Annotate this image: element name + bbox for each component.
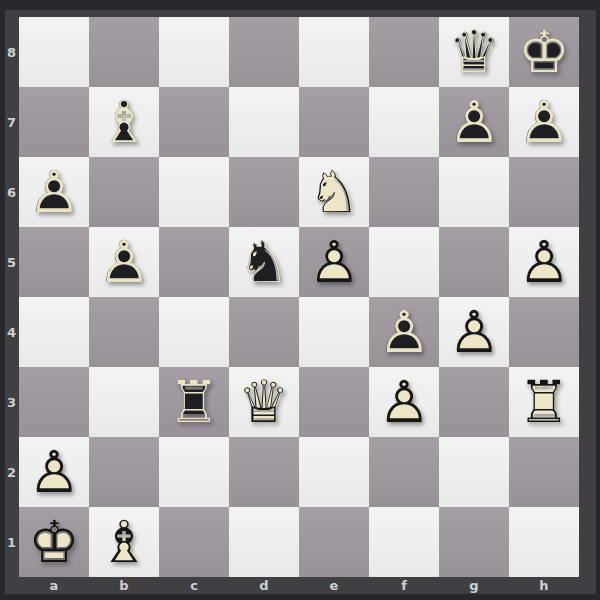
square-d7[interactable] — [229, 87, 299, 157]
piece-bP-a6[interactable]: ♟♙ — [19, 157, 89, 227]
piece-glyph-outline: ♗ — [89, 87, 159, 157]
square-e1[interactable] — [299, 507, 369, 577]
chess-app-window: 87654321 ♛♕♚♔♝♗♟♙♟♙♟♙♞♘♟♙♞♘♟♙♟♙♟♙♟♙♜♖♛♕♟… — [0, 0, 600, 600]
piece-bN-d5[interactable]: ♞♘ — [229, 227, 299, 297]
piece-glyph-outline: ♙ — [19, 437, 89, 507]
piece-glyph-outline: ♙ — [89, 227, 159, 297]
file-label-f: f — [369, 577, 439, 594]
piece-wK-a1[interactable]: ♚♔ — [19, 507, 89, 577]
piece-bK-h8[interactable]: ♚♔ — [509, 17, 579, 87]
file-label-a: a — [19, 577, 89, 594]
square-e7[interactable] — [299, 87, 369, 157]
rank-label-4: 4 — [4, 297, 19, 367]
rank-labels: 87654321 — [4, 17, 19, 577]
square-f2[interactable] — [369, 437, 439, 507]
piece-wQ-d3[interactable]: ♛♕ — [229, 367, 299, 437]
square-h4[interactable] — [509, 297, 579, 367]
piece-glyph-outline: ♕ — [229, 367, 299, 437]
rank-label-7: 7 — [4, 87, 19, 157]
square-c2[interactable] — [159, 437, 229, 507]
file-label-e: e — [299, 577, 369, 594]
square-g1[interactable] — [439, 507, 509, 577]
piece-glyph-outline: ♙ — [509, 227, 579, 297]
piece-glyph-outline: ♙ — [19, 157, 89, 227]
square-a3[interactable] — [19, 367, 89, 437]
rank-label-5: 5 — [4, 227, 19, 297]
piece-wR-h3[interactable]: ♜♖ — [509, 367, 579, 437]
file-label-c: c — [159, 577, 229, 594]
rank-label-3: 3 — [4, 367, 19, 437]
piece-glyph-outline: ♙ — [439, 297, 509, 367]
square-d2[interactable] — [229, 437, 299, 507]
file-labels: abcdefgh — [19, 577, 579, 594]
square-b8[interactable] — [89, 17, 159, 87]
file-label-d: d — [229, 577, 299, 594]
piece-wB-b1[interactable]: ♝♗ — [89, 507, 159, 577]
square-h2[interactable] — [509, 437, 579, 507]
square-e4[interactable] — [299, 297, 369, 367]
piece-wP-g4[interactable]: ♟♙ — [439, 297, 509, 367]
piece-glyph-outline: ♙ — [509, 87, 579, 157]
piece-glyph-outline: ♘ — [229, 227, 299, 297]
rank-label-2: 2 — [4, 437, 19, 507]
square-f8[interactable] — [369, 17, 439, 87]
rank-label-6: 6 — [4, 157, 19, 227]
square-b4[interactable] — [89, 297, 159, 367]
square-e2[interactable] — [299, 437, 369, 507]
square-c8[interactable] — [159, 17, 229, 87]
piece-glyph-outline: ♕ — [439, 17, 509, 87]
piece-bR-c3[interactable]: ♜♖ — [159, 367, 229, 437]
square-a4[interactable] — [19, 297, 89, 367]
piece-glyph-outline: ♗ — [89, 507, 159, 577]
square-g2[interactable] — [439, 437, 509, 507]
piece-bP-g7[interactable]: ♟♙ — [439, 87, 509, 157]
piece-bQ-g8[interactable]: ♛♕ — [439, 17, 509, 87]
square-b2[interactable] — [89, 437, 159, 507]
square-a7[interactable] — [19, 87, 89, 157]
piece-glyph-outline: ♘ — [299, 157, 369, 227]
piece-glyph-outline: ♔ — [19, 507, 89, 577]
square-a8[interactable] — [19, 17, 89, 87]
piece-wN-e6[interactable]: ♞♘ — [299, 157, 369, 227]
piece-bP-h7[interactable]: ♟♙ — [509, 87, 579, 157]
square-g6[interactable] — [439, 157, 509, 227]
piece-glyph-outline: ♙ — [439, 87, 509, 157]
rank-label-1: 1 — [4, 507, 19, 577]
square-c4[interactable] — [159, 297, 229, 367]
chess-board: ♛♕♚♔♝♗♟♙♟♙♟♙♞♘♟♙♞♘♟♙♟♙♟♙♟♙♜♖♛♕♟♙♜♖♟♙♚♔♝♗ — [19, 17, 579, 577]
piece-wP-a2[interactable]: ♟♙ — [19, 437, 89, 507]
square-d1[interactable] — [229, 507, 299, 577]
piece-bP-f4[interactable]: ♟♙ — [369, 297, 439, 367]
file-label-g: g — [439, 577, 509, 594]
square-g5[interactable] — [439, 227, 509, 297]
file-label-h: h — [509, 577, 579, 594]
square-f7[interactable] — [369, 87, 439, 157]
piece-wP-e5[interactable]: ♟♙ — [299, 227, 369, 297]
piece-bB-b7[interactable]: ♝♗ — [89, 87, 159, 157]
square-d4[interactable] — [229, 297, 299, 367]
piece-glyph-outline: ♖ — [509, 367, 579, 437]
square-f5[interactable] — [369, 227, 439, 297]
piece-bP-b5[interactable]: ♟♙ — [89, 227, 159, 297]
square-c5[interactable] — [159, 227, 229, 297]
square-e3[interactable] — [299, 367, 369, 437]
piece-wP-h5[interactable]: ♟♙ — [509, 227, 579, 297]
square-d6[interactable] — [229, 157, 299, 227]
file-label-b: b — [89, 577, 159, 594]
piece-glyph-outline: ♙ — [369, 297, 439, 367]
piece-glyph-outline: ♔ — [509, 17, 579, 87]
square-g3[interactable] — [439, 367, 509, 437]
square-c6[interactable] — [159, 157, 229, 227]
square-h1[interactable] — [509, 507, 579, 577]
square-b3[interactable] — [89, 367, 159, 437]
square-d8[interactable] — [229, 17, 299, 87]
piece-glyph-outline: ♙ — [369, 367, 439, 437]
piece-wP-f3[interactable]: ♟♙ — [369, 367, 439, 437]
piece-glyph-outline: ♖ — [159, 367, 229, 437]
square-c1[interactable] — [159, 507, 229, 577]
square-c7[interactable] — [159, 87, 229, 157]
piece-glyph-outline: ♙ — [299, 227, 369, 297]
square-h6[interactable] — [509, 157, 579, 227]
rank-label-8: 8 — [4, 17, 19, 87]
square-b6[interactable] — [89, 157, 159, 227]
square-f1[interactable] — [369, 507, 439, 577]
square-e8[interactable] — [299, 17, 369, 87]
square-f6[interactable] — [369, 157, 439, 227]
square-a5[interactable] — [19, 227, 89, 297]
